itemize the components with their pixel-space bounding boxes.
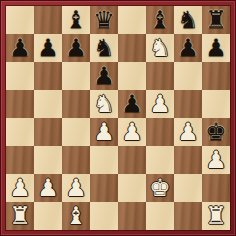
square-f8[interactable]: ♝ — [146, 6, 174, 34]
square-g8[interactable]: ♞ — [174, 6, 202, 34]
square-e8[interactable] — [118, 6, 146, 34]
square-h7[interactable]: ♟ — [202, 34, 230, 62]
chess-board: ♝♛♝♞♜♟♟♟♞♞♟♟♟♞♟♟♟♟♟♚♟♟♟♟♚♜♝♜ — [6, 6, 230, 230]
piece-black-knight[interactable]: ♞ — [174, 6, 202, 34]
square-d6[interactable]: ♟ — [90, 62, 118, 90]
square-c3[interactable] — [62, 146, 90, 174]
piece-white-king[interactable]: ♚ — [146, 174, 174, 202]
square-c1[interactable]: ♝ — [62, 202, 90, 230]
piece-white-bishop[interactable]: ♝ — [62, 202, 90, 230]
square-d1[interactable] — [90, 202, 118, 230]
piece-white-rook[interactable]: ♜ — [6, 202, 34, 230]
square-g4[interactable]: ♟ — [174, 118, 202, 146]
square-a1[interactable]: ♜ — [6, 202, 34, 230]
piece-white-pawn[interactable]: ♟ — [90, 118, 118, 146]
square-g1[interactable] — [174, 202, 202, 230]
square-h8[interactable]: ♜ — [202, 6, 230, 34]
square-f6[interactable] — [146, 62, 174, 90]
piece-black-bishop[interactable]: ♝ — [62, 6, 90, 34]
square-e6[interactable] — [118, 62, 146, 90]
square-h4[interactable]: ♚ — [202, 118, 230, 146]
piece-white-pawn[interactable]: ♟ — [146, 90, 174, 118]
square-e7[interactable] — [118, 34, 146, 62]
square-d2[interactable] — [90, 174, 118, 202]
square-e1[interactable] — [118, 202, 146, 230]
square-c7[interactable]: ♟ — [62, 34, 90, 62]
piece-white-pawn[interactable]: ♟ — [6, 174, 34, 202]
square-b7[interactable]: ♟ — [34, 34, 62, 62]
square-g7[interactable]: ♟ — [174, 34, 202, 62]
square-f7[interactable]: ♞ — [146, 34, 174, 62]
board-frame: ♝♛♝♞♜♟♟♟♞♞♟♟♟♞♟♟♟♟♟♚♟♟♟♟♚♜♝♜ — [0, 0, 236, 236]
piece-white-knight[interactable]: ♞ — [90, 90, 118, 118]
square-d5[interactable]: ♞ — [90, 90, 118, 118]
square-a7[interactable]: ♟ — [6, 34, 34, 62]
square-f5[interactable]: ♟ — [146, 90, 174, 118]
piece-white-pawn[interactable]: ♟ — [202, 146, 230, 174]
square-h1[interactable]: ♜ — [202, 202, 230, 230]
square-a4[interactable] — [6, 118, 34, 146]
square-d8[interactable]: ♛ — [90, 6, 118, 34]
square-b8[interactable] — [34, 6, 62, 34]
piece-white-rook[interactable]: ♜ — [202, 202, 230, 230]
piece-black-knight[interactable]: ♞ — [90, 34, 118, 62]
square-g6[interactable] — [174, 62, 202, 90]
square-h6[interactable] — [202, 62, 230, 90]
square-f2[interactable]: ♚ — [146, 174, 174, 202]
square-b3[interactable] — [34, 146, 62, 174]
square-f4[interactable] — [146, 118, 174, 146]
piece-black-pawn[interactable]: ♟ — [174, 34, 202, 62]
square-c2[interactable]: ♟ — [62, 174, 90, 202]
square-c8[interactable]: ♝ — [62, 6, 90, 34]
piece-black-pawn[interactable]: ♟ — [34, 34, 62, 62]
square-c4[interactable] — [62, 118, 90, 146]
piece-white-pawn[interactable]: ♟ — [62, 174, 90, 202]
piece-black-bishop[interactable]: ♝ — [146, 6, 174, 34]
square-e3[interactable] — [118, 146, 146, 174]
square-g5[interactable] — [174, 90, 202, 118]
piece-black-pawn[interactable]: ♟ — [6, 34, 34, 62]
square-b4[interactable] — [34, 118, 62, 146]
square-b2[interactable]: ♟ — [34, 174, 62, 202]
square-a8[interactable] — [6, 6, 34, 34]
square-a6[interactable] — [6, 62, 34, 90]
piece-black-king[interactable]: ♚ — [202, 118, 230, 146]
square-d7[interactable]: ♞ — [90, 34, 118, 62]
piece-white-pawn[interactable]: ♟ — [34, 174, 62, 202]
piece-black-queen[interactable]: ♛ — [90, 6, 118, 34]
square-a2[interactable]: ♟ — [6, 174, 34, 202]
square-e5[interactable]: ♟ — [118, 90, 146, 118]
square-e2[interactable] — [118, 174, 146, 202]
square-g2[interactable] — [174, 174, 202, 202]
square-b6[interactable] — [34, 62, 62, 90]
piece-black-pawn[interactable]: ♟ — [90, 62, 118, 90]
square-e4[interactable]: ♟ — [118, 118, 146, 146]
square-b1[interactable] — [34, 202, 62, 230]
square-c6[interactable] — [62, 62, 90, 90]
square-h3[interactable]: ♟ — [202, 146, 230, 174]
piece-black-pawn[interactable]: ♟ — [118, 90, 146, 118]
square-h2[interactable] — [202, 174, 230, 202]
square-c5[interactable] — [62, 90, 90, 118]
square-b5[interactable] — [34, 90, 62, 118]
piece-white-pawn[interactable]: ♟ — [118, 118, 146, 146]
square-a3[interactable] — [6, 146, 34, 174]
piece-white-knight[interactable]: ♞ — [146, 34, 174, 62]
piece-black-rook[interactable]: ♜ — [202, 6, 230, 34]
square-f1[interactable] — [146, 202, 174, 230]
piece-black-pawn[interactable]: ♟ — [62, 34, 90, 62]
square-g3[interactable] — [174, 146, 202, 174]
piece-white-pawn[interactable]: ♟ — [174, 118, 202, 146]
square-d4[interactable]: ♟ — [90, 118, 118, 146]
square-h5[interactable] — [202, 90, 230, 118]
square-a5[interactable] — [6, 90, 34, 118]
square-d3[interactable] — [90, 146, 118, 174]
piece-black-pawn[interactable]: ♟ — [202, 34, 230, 62]
square-f3[interactable] — [146, 146, 174, 174]
